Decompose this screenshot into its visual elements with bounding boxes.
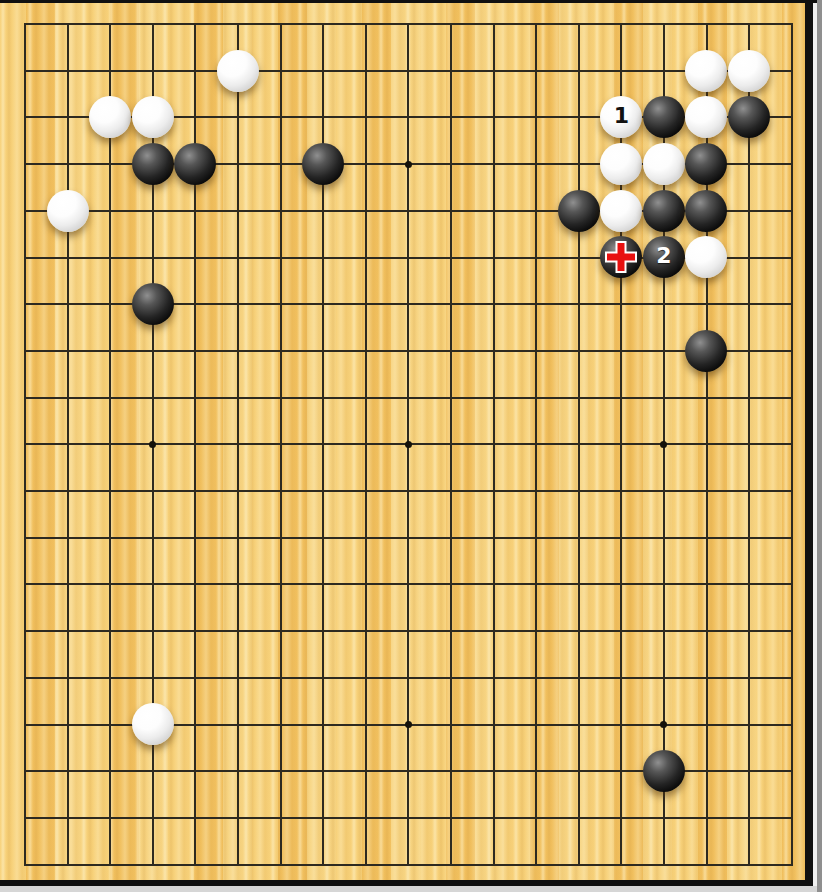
go-stone-black xyxy=(174,143,216,185)
go-stone-white xyxy=(89,96,131,138)
go-stone-black xyxy=(685,143,727,185)
star-point xyxy=(660,441,667,448)
board-intersections: 12 xyxy=(4,1,813,888)
move-number-label: 1 xyxy=(614,105,629,127)
go-stone-white xyxy=(217,50,259,92)
go-stone-black xyxy=(600,236,642,278)
go-stone-black xyxy=(643,96,685,138)
go-stone-white xyxy=(47,190,89,232)
go-stone-black xyxy=(558,190,600,232)
star-point xyxy=(405,721,412,728)
red-cross-bar xyxy=(607,254,635,261)
go-stone-black xyxy=(132,143,174,185)
go-stone-white xyxy=(685,236,727,278)
go-stone-black: 2 xyxy=(643,236,685,278)
go-stone-white: 1 xyxy=(600,96,642,138)
star-point xyxy=(660,721,667,728)
go-stone-black xyxy=(728,96,770,138)
go-stone-white xyxy=(132,96,174,138)
go-stone-white xyxy=(728,50,770,92)
star-point xyxy=(149,441,156,448)
go-stone-white xyxy=(685,96,727,138)
go-stone-black xyxy=(643,750,685,792)
go-stone-white xyxy=(600,190,642,232)
go-stone-black xyxy=(643,190,685,232)
go-board[interactable]: 12 xyxy=(0,3,805,880)
star-point xyxy=(405,161,412,168)
go-stone-black xyxy=(685,190,727,232)
go-stone-black xyxy=(685,330,727,372)
go-stone-white xyxy=(132,703,174,745)
go-stone-white xyxy=(600,143,642,185)
page-right-edge xyxy=(817,0,822,892)
go-stone-black xyxy=(302,143,344,185)
go-stone-white xyxy=(643,143,685,185)
red-cross-marker-icon xyxy=(605,241,637,273)
star-point xyxy=(405,441,412,448)
move-number-label: 2 xyxy=(656,245,671,267)
go-stone-white xyxy=(685,50,727,92)
go-stone-black xyxy=(132,283,174,325)
